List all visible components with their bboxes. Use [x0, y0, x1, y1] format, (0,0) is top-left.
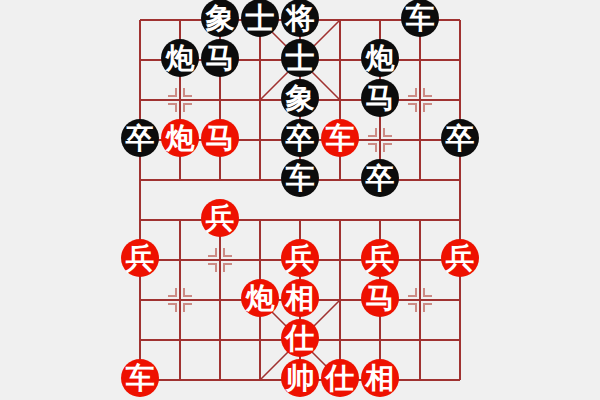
- piece-black-elephant[interactable]: 象: [201, 0, 239, 37]
- piece-black-advisor[interactable]: 士: [241, 0, 279, 37]
- piece-red-soldier[interactable]: 兵: [281, 239, 319, 277]
- piece-black-chariot[interactable]: 车: [401, 0, 439, 37]
- piece-red-soldier[interactable]: 兵: [121, 239, 159, 277]
- piece-black-horse[interactable]: 马: [361, 79, 399, 117]
- piece-black-horse[interactable]: 马: [201, 39, 239, 77]
- piece-red-soldier[interactable]: 兵: [361, 239, 399, 277]
- piece-black-soldier[interactable]: 卒: [441, 119, 479, 157]
- piece-black-soldier[interactable]: 卒: [281, 119, 319, 157]
- piece-black-cannon[interactable]: 炮: [361, 39, 399, 77]
- piece-black-soldier[interactable]: 卒: [121, 119, 159, 157]
- piece-red-chariot[interactable]: 车: [121, 359, 159, 397]
- piece-red-soldier[interactable]: 兵: [201, 199, 239, 237]
- piece-red-soldier[interactable]: 兵: [441, 239, 479, 277]
- xiangqi-app-screen: 象士将车炮马士炮象马卒卒卒车卒炮马车兵兵兵兵兵炮相马仕车帅仕相: [0, 0, 600, 400]
- piece-red-horse[interactable]: 马: [201, 119, 239, 157]
- piece-black-general[interactable]: 将: [281, 0, 319, 37]
- piece-black-soldier[interactable]: 卒: [361, 159, 399, 197]
- piece-red-general[interactable]: 帅: [281, 359, 319, 397]
- piece-red-horse[interactable]: 马: [361, 279, 399, 317]
- piece-red-advisor[interactable]: 仕: [281, 319, 319, 357]
- piece-red-advisor[interactable]: 仕: [321, 359, 359, 397]
- piece-black-chariot[interactable]: 车: [281, 159, 319, 197]
- piece-red-cannon[interactable]: 炮: [241, 279, 279, 317]
- piece-black-cannon[interactable]: 炮: [161, 39, 199, 77]
- piece-black-advisor[interactable]: 士: [281, 39, 319, 77]
- piece-black-elephant[interactable]: 象: [281, 79, 319, 117]
- xiangqi-board[interactable]: 象士将车炮马士炮象马卒卒卒车卒炮马车兵兵兵兵兵炮相马仕车帅仕相: [0, 0, 600, 400]
- piece-red-cannon[interactable]: 炮: [161, 119, 199, 157]
- piece-red-elephant[interactable]: 相: [361, 359, 399, 397]
- piece-red-elephant[interactable]: 相: [281, 279, 319, 317]
- piece-red-chariot[interactable]: 车: [321, 119, 359, 157]
